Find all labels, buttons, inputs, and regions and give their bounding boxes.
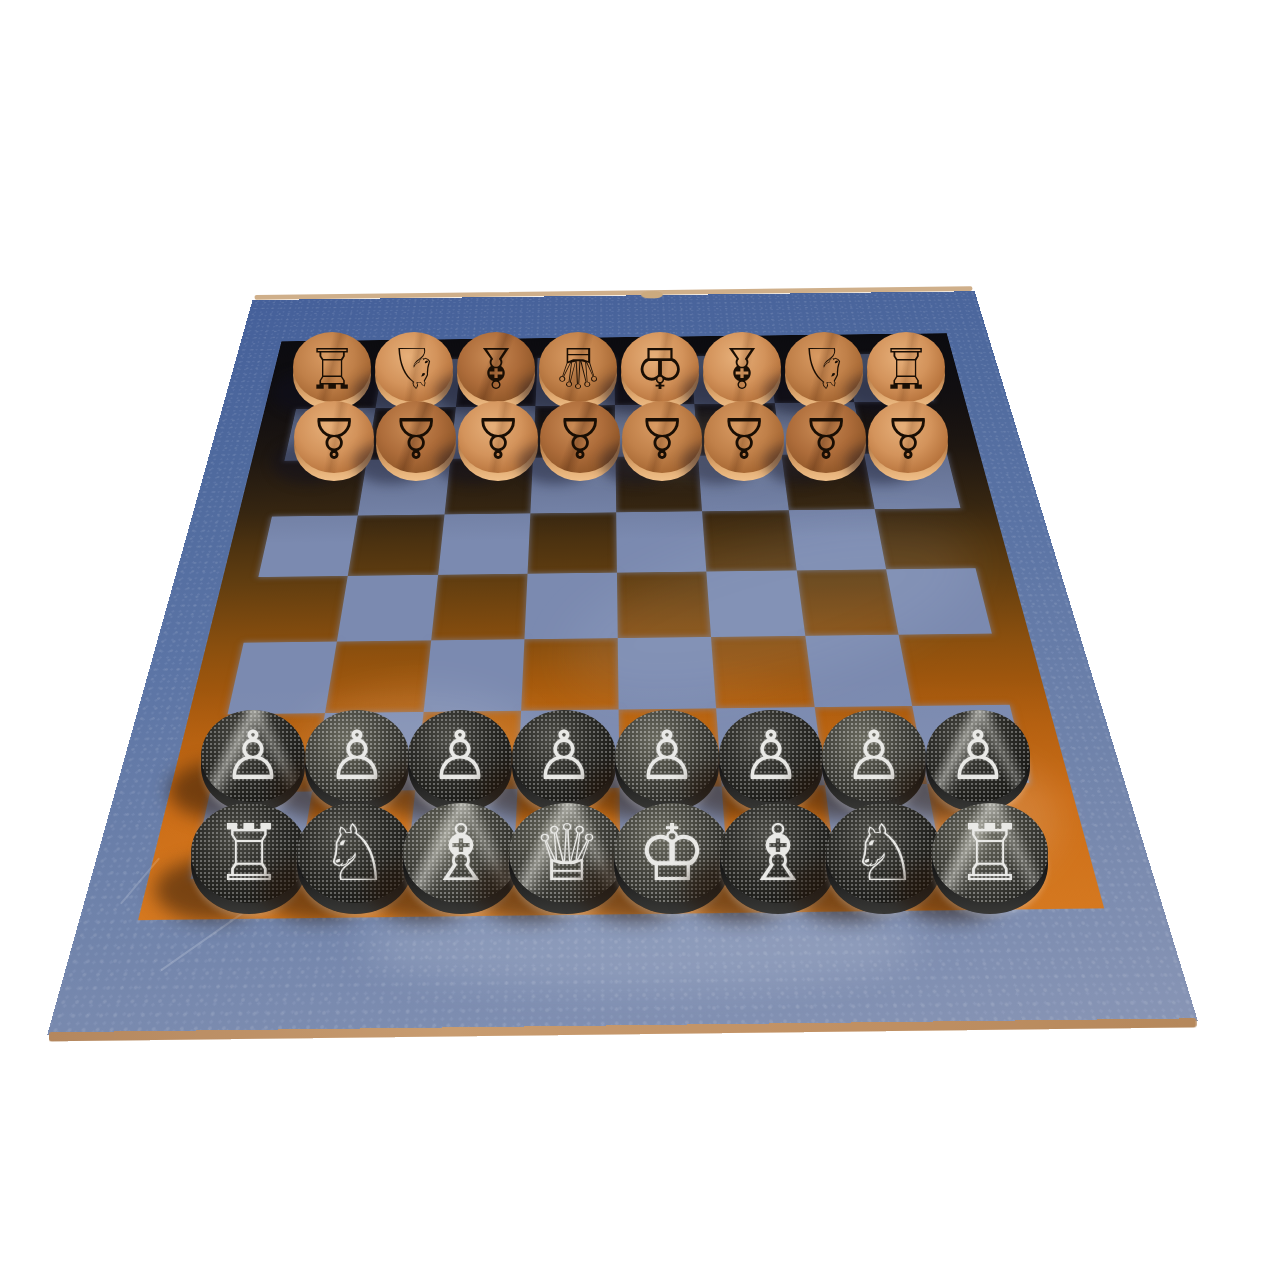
pawn-glyph-icon: ♙ xyxy=(637,722,698,790)
photo-white-background: { "game": "chess", "scene": "Handmade ch… xyxy=(0,0,1280,1280)
square-d5[interactable] xyxy=(527,512,617,573)
bishop-glyph-icon: ♗ xyxy=(717,339,767,395)
pawn-glyph-icon: ♙ xyxy=(391,409,441,465)
square-h5[interactable] xyxy=(874,508,975,569)
board-edge-chip xyxy=(641,291,663,299)
rook-glyph-icon: ♖ xyxy=(955,814,1025,892)
bishop-glyph-icon: ♗ xyxy=(471,339,521,395)
square-d3[interactable] xyxy=(521,638,619,711)
rook-glyph-icon: ♖ xyxy=(881,339,931,395)
square-f5[interactable] xyxy=(702,510,796,571)
square-e5[interactable] xyxy=(616,511,706,572)
square-h3[interactable] xyxy=(898,634,1009,706)
pawn-glyph-icon: ♙ xyxy=(430,722,491,790)
square-f4[interactable] xyxy=(707,570,805,637)
square-d4[interactable] xyxy=(524,573,618,640)
knight-glyph-icon: ♘ xyxy=(799,339,849,395)
square-e4[interactable] xyxy=(617,572,711,639)
square-a3[interactable] xyxy=(228,642,338,715)
square-b5[interactable] xyxy=(348,514,444,575)
king-glyph-icon: ♔ xyxy=(635,339,685,395)
square-g3[interactable] xyxy=(805,635,912,707)
piece-black-rook-h1[interactable]: ♖ xyxy=(932,803,1048,903)
disc-face: ♙ xyxy=(868,401,948,473)
queen-glyph-icon: ♕ xyxy=(553,339,603,395)
square-g4[interactable] xyxy=(796,569,898,635)
square-h4[interactable] xyxy=(886,568,992,634)
disc-face: ♖ xyxy=(932,803,1048,903)
pawn-glyph-icon: ♙ xyxy=(309,409,359,465)
piece-wood-rook-h8[interactable]: ♖ xyxy=(867,332,945,402)
pawn-glyph-icon: ♙ xyxy=(473,409,523,465)
disc-face: ♙ xyxy=(926,710,1030,802)
rook-glyph-icon: ♖ xyxy=(307,339,357,395)
pawn-glyph-icon: ♙ xyxy=(948,722,1009,790)
square-c3[interactable] xyxy=(423,639,524,712)
pawn-glyph-icon: ♙ xyxy=(844,722,905,790)
pawn-glyph-icon: ♙ xyxy=(637,409,687,465)
pawn-glyph-icon: ♙ xyxy=(883,409,933,465)
knight-glyph-icon: ♘ xyxy=(389,339,439,395)
scuff-mark xyxy=(93,768,102,781)
pawn-glyph-icon: ♙ xyxy=(719,409,769,465)
pawn-glyph-icon: ♙ xyxy=(801,409,851,465)
pawn-glyph-icon: ♙ xyxy=(223,722,284,790)
square-e3[interactable] xyxy=(618,637,717,710)
square-a4[interactable] xyxy=(244,576,348,643)
square-b4[interactable] xyxy=(337,575,438,642)
pawn-glyph-icon: ♙ xyxy=(555,409,605,465)
piece-wood-pawn-h7[interactable]: ♙ xyxy=(868,401,948,473)
square-a5[interactable] xyxy=(258,516,358,577)
square-c4[interactable] xyxy=(431,574,528,641)
square-g5[interactable] xyxy=(788,509,886,570)
piece-black-pawn-h2[interactable]: ♙ xyxy=(926,710,1030,802)
disc-face: ♖ xyxy=(867,332,945,402)
square-b3[interactable] xyxy=(325,640,430,713)
square-c5[interactable] xyxy=(438,513,530,574)
square-f3[interactable] xyxy=(711,636,814,709)
